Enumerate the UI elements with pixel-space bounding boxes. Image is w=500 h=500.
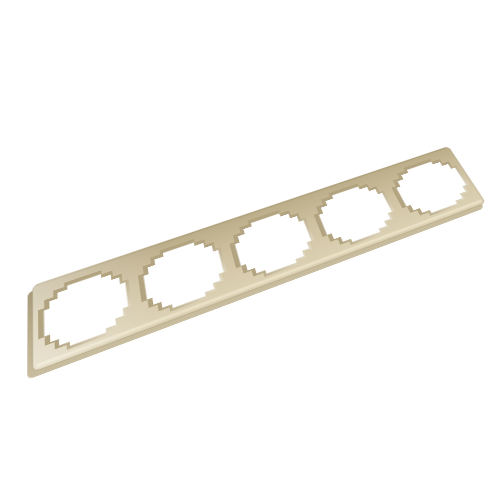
product-photo-canvas xyxy=(0,0,500,500)
opening-holes xyxy=(44,156,475,355)
frame-plate xyxy=(33,146,486,371)
frame-product-image xyxy=(33,146,486,371)
